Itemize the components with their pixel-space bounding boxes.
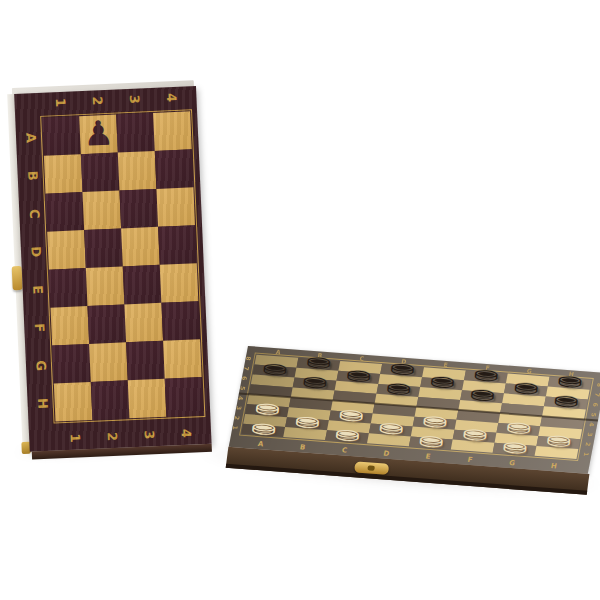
folded-rank-label-E: E (30, 282, 46, 297)
folded-square-A1 (42, 116, 81, 156)
folded-board: ♟ ABCDEFGH12341234 (8, 86, 212, 458)
folded-rank-label-B: B (25, 168, 41, 183)
far-file-label-H: H (566, 370, 577, 378)
product-photo: ♟ ABCDEFGH12341234 ABCDEFGHABCDEFGH87654… (0, 0, 600, 600)
far-file-label-G: G (524, 367, 535, 375)
square-a1 (241, 424, 285, 437)
far-file-label-E: E (440, 361, 451, 369)
folded-square-F1 (50, 306, 89, 346)
square-b1 (283, 427, 327, 440)
near-file-label-B: B (297, 443, 308, 452)
square-e1 (409, 436, 453, 449)
folded-square-C3 (119, 189, 158, 229)
folded-square-G3 (126, 341, 165, 381)
folded-square-D2 (84, 228, 123, 268)
folded-square-C4 (156, 187, 195, 227)
square-c1 (325, 430, 369, 443)
folded-square-F2 (87, 304, 126, 344)
folded-square-D3 (121, 227, 160, 267)
near-file-label-F: F (464, 456, 475, 465)
folded-square-H1 (54, 382, 93, 422)
folded-square-D4 (158, 225, 197, 265)
brass-clasp-icon (354, 461, 389, 474)
near-file-label-A: A (255, 440, 266, 449)
near-file-label-E: E (422, 452, 433, 461)
square-d1 (367, 433, 411, 446)
folded-board-face: ♟ ABCDEFGH12341234 (14, 86, 211, 452)
right-rank-label-3: 3 (586, 432, 594, 437)
folded-square-F3 (124, 303, 163, 343)
left-rank-label-7: 7 (243, 366, 251, 371)
folded-square-G4 (163, 339, 202, 379)
folded-rank-label-D: D (28, 244, 44, 259)
folded-file-label-bottom-1: 1 (67, 431, 83, 446)
folded-file-label-bottom-4: 4 (178, 426, 194, 441)
folded-file-label-top-1: 1 (53, 95, 69, 110)
left-rank-label-6: 6 (241, 376, 249, 381)
folded-square-F4 (161, 301, 200, 341)
folded-square-G1 (52, 344, 91, 384)
square-h1 (535, 446, 579, 459)
square-f1 (451, 440, 495, 453)
folded-file-label-top-2: 2 (90, 94, 106, 109)
folded-square-H2 (91, 380, 130, 420)
far-file-label-D: D (398, 357, 409, 365)
folded-square-E4 (160, 263, 199, 303)
near-file-label-D: D (381, 449, 392, 458)
folded-square-B3 (118, 151, 157, 191)
right-rank-label-7: 7 (594, 393, 600, 398)
folded-square-A4 (153, 111, 192, 151)
right-rank-label-2: 2 (584, 442, 592, 447)
folded-square-D1 (47, 230, 86, 270)
folded-rank-label-F: F (32, 320, 48, 335)
far-file-label-F: F (482, 364, 493, 372)
far-file-label-A: A (273, 348, 284, 356)
right-rank-label-6: 6 (592, 402, 600, 407)
folded-square-E3 (123, 265, 162, 305)
folded-square-A2: ♟ (79, 115, 118, 155)
right-rank-label-5: 5 (590, 412, 598, 417)
folded-square-B4 (155, 149, 194, 189)
near-file-label-C: C (339, 446, 350, 455)
folded-square-E1 (49, 268, 88, 308)
folded-square-B1 (44, 154, 83, 194)
far-file-label-C: C (356, 354, 367, 362)
folded-rank-label-A: A (23, 130, 39, 145)
folded-board-grid: ♟ (42, 111, 203, 421)
folded-rank-label-C: C (27, 206, 43, 221)
near-file-label-H: H (548, 462, 559, 471)
far-file-label-B: B (314, 351, 325, 359)
folded-square-G2 (89, 342, 128, 382)
left-rank-label-5: 5 (239, 386, 247, 391)
folded-square-A3 (116, 113, 155, 153)
right-rank-label-4: 4 (588, 422, 596, 427)
square-g1 (493, 443, 537, 456)
left-rank-label-1: 1 (232, 425, 240, 430)
folded-square-H4 (165, 377, 204, 417)
folded-square-H3 (128, 379, 167, 419)
folded-square-B2 (81, 153, 120, 193)
left-rank-label-4: 4 (237, 396, 245, 401)
folded-square-C2 (82, 191, 121, 231)
near-file-label-G: G (506, 459, 517, 468)
left-rank-label-8: 8 (245, 356, 253, 361)
left-rank-label-3: 3 (235, 406, 243, 411)
folded-rank-label-H: H (35, 396, 51, 411)
right-rank-label-8: 8 (596, 383, 600, 388)
folded-file-label-top-3: 3 (127, 92, 143, 107)
folded-square-E2 (86, 266, 125, 306)
right-rank-label-1: 1 (582, 452, 590, 457)
pawn-logo-icon: ♟ (82, 115, 114, 150)
folded-file-label-top-4: 4 (164, 90, 180, 105)
folded-file-label-bottom-2: 2 (104, 429, 120, 444)
folded-rank-label-G: G (33, 358, 49, 373)
folded-file-label-bottom-3: 3 (141, 428, 157, 443)
open-board: ABCDEFGHABCDEFGH8765432187654321 ⛂⛂⛂⛂⛂⛂⛂… (238, 346, 600, 513)
left-rank-label-2: 2 (234, 416, 242, 421)
folded-square-C1 (46, 192, 85, 232)
